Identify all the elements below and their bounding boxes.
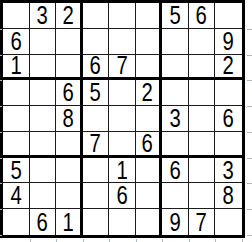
gridline-stub-right xyxy=(247,80,252,81)
sudoku-cell-r5c6[interactable] xyxy=(136,106,163,132)
cell-digit: 1 xyxy=(10,55,21,80)
sudoku-cell-r2c7[interactable] xyxy=(162,29,189,55)
sudoku-cell-r4c7[interactable] xyxy=(162,80,189,106)
sudoku-cell-r3c6[interactable] xyxy=(136,55,163,81)
sudoku-cell-r1c6[interactable] xyxy=(136,3,163,29)
sudoku-cell-r7c3[interactable] xyxy=(56,158,83,184)
gridline-stub-left xyxy=(0,209,2,210)
sudoku-cell-r8c7[interactable] xyxy=(162,183,189,209)
cell-digit: 6 xyxy=(10,29,21,55)
sudoku-cell-r8c2[interactable] xyxy=(30,183,57,209)
sudoku-cell-r1c5[interactable] xyxy=(109,3,136,29)
sudoku-cell-r6c5[interactable] xyxy=(109,132,136,158)
sudoku-cell-r8c1[interactable]: 4 xyxy=(3,183,30,209)
gridline-stub-right xyxy=(247,55,252,56)
sudoku-cell-r5c4[interactable] xyxy=(83,106,110,132)
sudoku-cell-r4c1[interactable] xyxy=(3,80,30,106)
sudoku-cell-r1c4[interactable] xyxy=(83,3,110,29)
gridline-stub-right xyxy=(247,106,252,107)
cell-digit: 9 xyxy=(223,29,234,55)
gridline-stub-left xyxy=(0,183,2,184)
cell-digit: 7 xyxy=(116,55,127,80)
cell-digit: 6 xyxy=(142,132,153,157)
sudoku-cell-r8c6[interactable] xyxy=(136,183,163,209)
sudoku-cell-r6c4[interactable]: 7 xyxy=(83,132,110,158)
gridline-stub-left xyxy=(0,106,2,107)
cell-digit: 3 xyxy=(169,106,180,132)
sudoku-cell-r6c8[interactable] xyxy=(189,132,216,158)
sudoku-cell-r6c1[interactable] xyxy=(3,132,30,158)
sudoku-cell-r7c7[interactable]: 6 xyxy=(162,158,189,184)
sudoku-cell-r9c7[interactable]: 9 xyxy=(162,209,189,235)
sudoku-cell-r8c8[interactable] xyxy=(189,183,216,209)
sudoku-cell-r4c6[interactable]: 2 xyxy=(136,80,163,106)
sudoku-cell-r1c9[interactable] xyxy=(215,3,242,29)
cell-digit: 5 xyxy=(10,158,21,184)
sudoku-cell-r4c8[interactable] xyxy=(189,80,216,106)
sudoku-cell-r9c9[interactable] xyxy=(215,209,242,235)
cell-digit: 2 xyxy=(223,55,234,80)
sudoku-cell-r3c9[interactable]: 2 xyxy=(215,55,242,81)
sudoku-cell-r5c8[interactable] xyxy=(189,106,216,132)
gridline-stub-right xyxy=(247,158,252,159)
cell-digit: 5 xyxy=(90,80,101,106)
sudoku-cell-r1c1[interactable] xyxy=(3,3,30,29)
sudoku-cell-r6c9[interactable] xyxy=(215,132,242,158)
cell-digit: 6 xyxy=(196,3,207,29)
sudoku-cell-r3c8[interactable] xyxy=(189,55,216,81)
sudoku-cell-r7c6[interactable] xyxy=(136,158,163,184)
sudoku-cell-r8c9[interactable]: 8 xyxy=(215,183,242,209)
gridline-stub-right xyxy=(247,209,252,210)
sudoku-cell-r9c6[interactable] xyxy=(136,209,163,235)
sudoku-cell-r2c3[interactable] xyxy=(56,29,83,55)
gridline-stub-right xyxy=(247,29,252,30)
cell-digit: 4 xyxy=(10,183,21,209)
gridline-stub-right xyxy=(247,132,252,133)
sudoku-cell-r2c4[interactable] xyxy=(83,29,110,55)
sudoku-cell-r5c1[interactable] xyxy=(3,106,30,132)
sudoku-cell-r6c3[interactable] xyxy=(56,132,83,158)
cell-digit: 1 xyxy=(62,209,73,235)
cell-digit: 2 xyxy=(62,3,73,29)
cell-digit: 6 xyxy=(169,158,180,184)
cell-digit: 6 xyxy=(116,183,127,209)
sudoku-cell-r9c3[interactable]: 1 xyxy=(56,209,83,235)
sudoku-cell-r5c7[interactable]: 3 xyxy=(162,106,189,132)
sudoku-cell-r7c8[interactable] xyxy=(189,158,216,184)
cell-digit: 6 xyxy=(62,80,73,106)
cell-digit: 8 xyxy=(223,183,234,209)
sudoku-cell-r9c1[interactable] xyxy=(3,209,30,235)
cell-digit: 5 xyxy=(169,3,180,29)
gridline-stub-left xyxy=(0,55,2,56)
sudoku-cell-r5c9[interactable]: 6 xyxy=(215,106,242,132)
sudoku-cell-r4c2[interactable] xyxy=(30,80,57,106)
cell-digit: 6 xyxy=(90,55,101,80)
gridline-stub-right xyxy=(247,235,252,236)
cell-digit: 7 xyxy=(90,132,101,157)
sudoku-cell-r9c4[interactable] xyxy=(83,209,110,235)
sudoku-cell-r4c9[interactable] xyxy=(215,80,242,106)
sudoku-cell-r2c9[interactable]: 9 xyxy=(215,29,242,55)
sudoku-cell-r8c5[interactable]: 6 xyxy=(109,183,136,209)
sudoku-cell-r7c4[interactable] xyxy=(83,158,110,184)
sudoku-cell-r3c1[interactable]: 1 xyxy=(3,55,30,81)
cell-digit: 6 xyxy=(37,209,48,235)
sudoku-cell-r9c2[interactable]: 6 xyxy=(30,209,57,235)
cell-digit: 9 xyxy=(169,209,180,235)
sudoku-cell-r3c7[interactable] xyxy=(162,55,189,81)
gridline-stub-left xyxy=(0,29,2,30)
gridline-stub-left xyxy=(0,158,2,159)
sudoku-cell-r2c8[interactable] xyxy=(189,29,216,55)
sudoku-cell-r4c5[interactable] xyxy=(109,80,136,106)
sudoku-cell-r5c3[interactable]: 8 xyxy=(56,106,83,132)
cell-digit: 3 xyxy=(37,3,48,29)
sudoku-cell-r1c7[interactable]: 5 xyxy=(162,3,189,29)
sudoku-cell-r8c3[interactable] xyxy=(56,183,83,209)
sudoku-cell-r2c2[interactable] xyxy=(30,29,57,55)
sudoku-cell-r6c6[interactable]: 6 xyxy=(136,132,163,158)
cell-digit: 1 xyxy=(116,158,127,184)
sudoku-cell-r1c2[interactable]: 3 xyxy=(30,3,57,29)
cell-digit: 7 xyxy=(196,209,207,235)
sudoku-cell-r1c3[interactable]: 2 xyxy=(56,3,83,29)
sudoku-cell-r3c2[interactable] xyxy=(30,55,57,81)
sudoku-cell-r6c2[interactable] xyxy=(30,132,57,158)
sudoku-cell-r7c5[interactable]: 1 xyxy=(109,158,136,184)
sudoku-cell-r3c3[interactable] xyxy=(56,55,83,81)
sudoku-page: 32566916726528367651634686197 xyxy=(0,0,252,242)
gridline-stub-left xyxy=(0,132,2,133)
sudoku-cell-r7c9[interactable]: 3 xyxy=(215,158,242,184)
cell-digit: 8 xyxy=(62,106,73,132)
sudoku-cell-r3c5[interactable]: 7 xyxy=(109,55,136,81)
sudoku-cell-r9c5[interactable] xyxy=(109,209,136,235)
sudoku-cell-r1c8[interactable]: 6 xyxy=(189,3,216,29)
sudoku-cell-r2c5[interactable] xyxy=(109,29,136,55)
sudoku-cell-r5c2[interactable] xyxy=(30,106,57,132)
sudoku-board: 32566916726528367651634686197 xyxy=(0,0,245,238)
sudoku-cell-r6c7[interactable] xyxy=(162,132,189,158)
sudoku-cell-r3c4[interactable]: 6 xyxy=(83,55,110,81)
gridline-stub-left xyxy=(0,80,2,81)
sudoku-cell-r7c1[interactable]: 5 xyxy=(3,158,30,184)
cell-digit: 3 xyxy=(223,158,234,184)
sudoku-cell-r4c4[interactable]: 5 xyxy=(83,80,110,106)
cell-digit: 2 xyxy=(142,80,153,106)
sudoku-cell-r9c8[interactable]: 7 xyxy=(189,209,216,235)
sudoku-cell-r8c4[interactable] xyxy=(83,183,110,209)
sudoku-cell-r2c6[interactable] xyxy=(136,29,163,55)
sudoku-cell-r7c2[interactable] xyxy=(30,158,57,184)
gridline-stub-left xyxy=(0,235,2,236)
sudoku-cell-r4c3[interactable]: 6 xyxy=(56,80,83,106)
gridline-stub-right xyxy=(247,183,252,184)
sudoku-cell-r2c1[interactable]: 6 xyxy=(3,29,30,55)
sudoku-cell-r5c5[interactable] xyxy=(109,106,136,132)
cell-digit: 6 xyxy=(223,106,234,132)
